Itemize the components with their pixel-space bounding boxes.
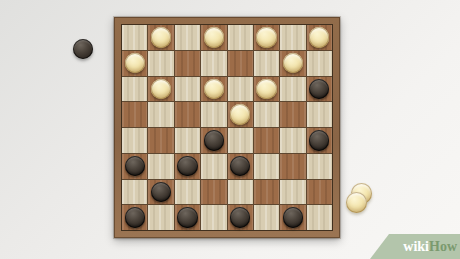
square-h2[interactable] [307,180,332,205]
square-g8[interactable] [280,25,305,50]
square-f1[interactable] [254,205,279,230]
photo-scene: wikiHow [0,0,460,259]
square-a2[interactable] [122,180,147,205]
square-e3[interactable] [228,154,253,179]
checkers-board-frame [114,17,340,238]
square-g7[interactable] [280,51,305,76]
square-c8[interactable] [175,25,200,50]
dark-checker-piece[interactable] [177,207,197,227]
square-g5[interactable] [280,102,305,127]
dark-checker-piece[interactable] [230,156,250,176]
square-h4[interactable] [307,128,332,153]
dark-checker-piece[interactable] [125,207,145,227]
light-checker-piece[interactable] [151,27,171,47]
square-c5[interactable] [175,102,200,127]
dark-checker-piece[interactable] [309,130,329,150]
square-d8[interactable] [201,25,226,50]
light-checker-piece[interactable] [204,27,224,47]
light-checker-piece[interactable] [151,79,171,99]
square-h5[interactable] [307,102,332,127]
square-d1[interactable] [201,205,226,230]
square-c7[interactable] [175,51,200,76]
square-b8[interactable] [148,25,173,50]
square-h3[interactable] [307,154,332,179]
dark-checker-piece[interactable] [177,156,197,176]
dark-checker-piece[interactable] [151,182,171,202]
light-checker-piece[interactable] [230,104,250,124]
dark-checker-piece[interactable] [309,79,329,99]
square-h8[interactable] [307,25,332,50]
square-g4[interactable] [280,128,305,153]
captured-light-checker-piece[interactable] [346,192,367,213]
square-b4[interactable] [148,128,173,153]
square-a4[interactable] [122,128,147,153]
square-a3[interactable] [122,154,147,179]
square-e6[interactable] [228,77,253,102]
square-d5[interactable] [201,102,226,127]
light-checker-piece[interactable] [204,79,224,99]
square-h6[interactable] [307,77,332,102]
square-g2[interactable] [280,180,305,205]
square-d6[interactable] [201,77,226,102]
square-a6[interactable] [122,77,147,102]
square-a7[interactable] [122,51,147,76]
square-f5[interactable] [254,102,279,127]
square-c2[interactable] [175,180,200,205]
checkers-board [122,25,332,230]
wikihow-watermark: wikiHow [370,234,460,259]
square-c1[interactable] [175,205,200,230]
dark-checker-piece[interactable] [283,207,303,227]
dark-checker-piece[interactable] [230,207,250,227]
square-e7[interactable] [228,51,253,76]
square-a8[interactable] [122,25,147,50]
square-f4[interactable] [254,128,279,153]
square-f7[interactable] [254,51,279,76]
wikihow-logo-how: How [429,234,457,259]
light-checker-piece[interactable] [283,53,303,73]
square-d4[interactable] [201,128,226,153]
square-e8[interactable] [228,25,253,50]
dark-checker-piece[interactable] [204,130,224,150]
square-b2[interactable] [148,180,173,205]
square-b7[interactable] [148,51,173,76]
square-f3[interactable] [254,154,279,179]
square-b1[interactable] [148,205,173,230]
square-b6[interactable] [148,77,173,102]
square-e2[interactable] [228,180,253,205]
light-checker-piece[interactable] [256,79,276,99]
light-checker-piece[interactable] [125,53,145,73]
square-b5[interactable] [148,102,173,127]
square-f6[interactable] [254,77,279,102]
light-checker-piece[interactable] [256,27,276,47]
square-f2[interactable] [254,180,279,205]
captured-dark-checker-piece[interactable] [73,39,93,59]
square-e5[interactable] [228,102,253,127]
square-e1[interactable] [228,205,253,230]
square-c6[interactable] [175,77,200,102]
square-a1[interactable] [122,205,147,230]
square-g6[interactable] [280,77,305,102]
square-c3[interactable] [175,154,200,179]
square-g1[interactable] [280,205,305,230]
square-d2[interactable] [201,180,226,205]
wikihow-logo-wiki: wiki [403,234,429,259]
dark-checker-piece[interactable] [125,156,145,176]
square-d7[interactable] [201,51,226,76]
square-h7[interactable] [307,51,332,76]
light-checker-piece[interactable] [309,27,329,47]
square-a5[interactable] [122,102,147,127]
square-d3[interactable] [201,154,226,179]
square-e4[interactable] [228,128,253,153]
square-b3[interactable] [148,154,173,179]
square-g3[interactable] [280,154,305,179]
square-c4[interactable] [175,128,200,153]
square-f8[interactable] [254,25,279,50]
square-h1[interactable] [307,205,332,230]
